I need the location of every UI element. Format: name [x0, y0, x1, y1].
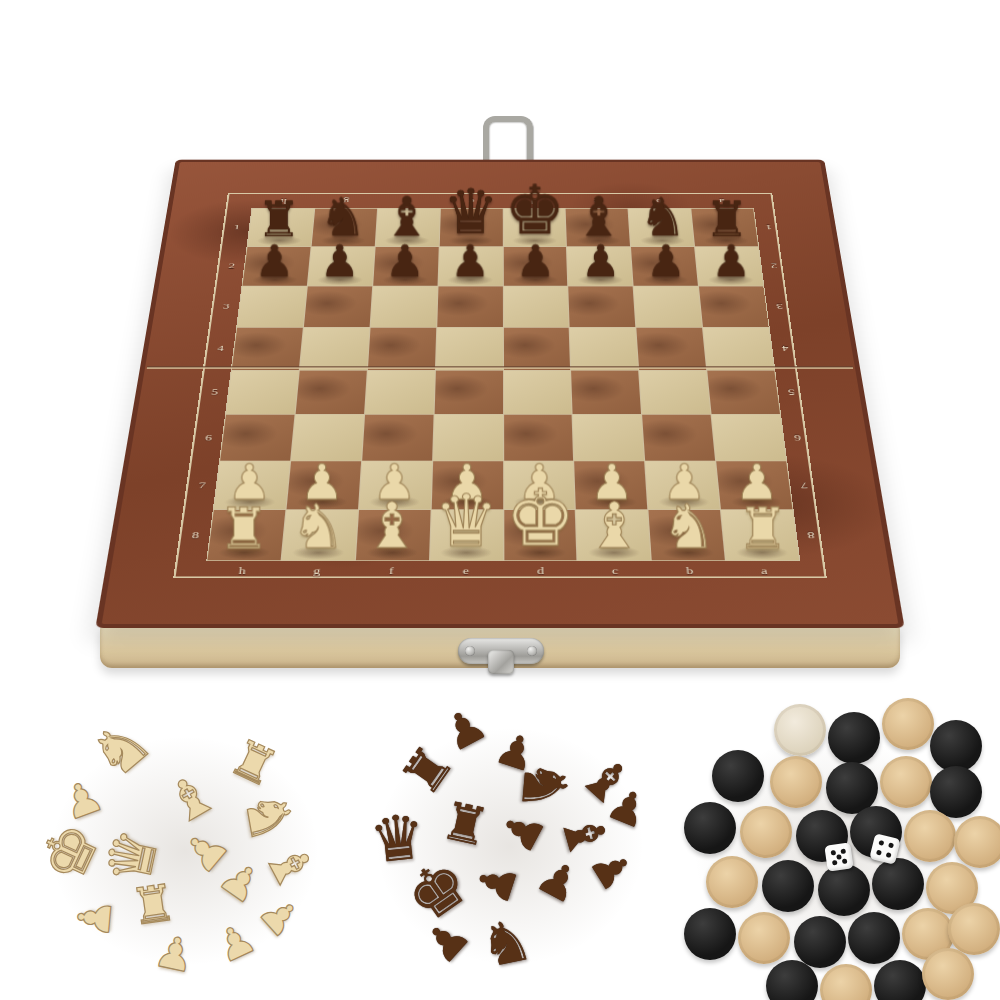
light-knight: ♞: [291, 496, 346, 557]
light-knight: ♞: [661, 496, 716, 557]
dark-pawn: ♟: [451, 239, 491, 283]
die-face-5: [824, 842, 853, 871]
rank-label-right-3: 3: [764, 286, 795, 327]
die-pip: [836, 854, 842, 860]
black-checker-disc: [794, 916, 846, 968]
square-f2: ♟: [373, 247, 438, 286]
screw-icon: [527, 646, 537, 656]
product-photo: ♜♞♝♛♚♝♞♜♟♟♟♟♟♟♟♟♟♟♟♟♟♟♟♟♜♞♝♛♚♝♞♜ 1122334…: [0, 0, 1000, 1000]
black-checker-disc: [874, 960, 926, 1000]
dark-pawn: ♟: [646, 239, 686, 283]
black-checker-disc: [828, 712, 880, 764]
square-d5: [504, 370, 572, 414]
rank-label-right-2: 2: [759, 246, 789, 286]
wood-checker-disc: [882, 698, 934, 750]
square-e2: ♟: [438, 247, 502, 286]
square-b8: ♞: [649, 510, 725, 560]
chess-board: ♜♞♝♛♚♝♞♜♟♟♟♟♟♟♟♟♟♟♟♟♟♟♟♟♜♞♝♛♚♝♞♜ 1122334…: [95, 160, 904, 629]
rank-label-right-6: 6: [781, 415, 814, 462]
wood-checker-disc: [820, 964, 872, 1000]
dark-knight-loose: ♞: [475, 909, 538, 977]
square-d3: [503, 286, 569, 327]
screw-icon: [465, 646, 475, 656]
square-d2: ♟: [503, 247, 567, 286]
file-label-bottom-h: h: [204, 561, 281, 581]
light-pawn-loose: ♟: [71, 896, 118, 939]
file-label-bottom-g: g: [279, 561, 355, 581]
light-rook: ♜: [219, 501, 270, 558]
clasp-knob-icon: [488, 650, 514, 674]
fold-seam: [147, 366, 854, 369]
black-checker-disc: [818, 864, 870, 916]
light-pawn-loose: ♟: [252, 889, 308, 945]
dark-pawn: ♟: [385, 239, 425, 283]
square-h2: ♟: [243, 247, 311, 286]
square-c4: [570, 327, 638, 369]
board-border: ♜♞♝♛♚♝♞♜♟♟♟♟♟♟♟♟♟♟♟♟♟♟♟♟♜♞♝♛♚♝♞♜ 1122334…: [95, 160, 904, 629]
square-h4: [232, 327, 303, 369]
wood-checker-disc: [880, 756, 932, 808]
file-label-bottom-c: c: [578, 561, 654, 581]
square-e8: ♛: [430, 510, 503, 560]
square-f8: ♝: [356, 510, 431, 560]
rank-label-right-8: 8: [794, 510, 829, 561]
dark-rook-loose: ♜: [437, 794, 493, 855]
square-b3: [634, 286, 702, 327]
square-f5: [365, 370, 435, 414]
wood-checker-disc: [738, 912, 790, 964]
square-a3: [699, 286, 769, 327]
file-label-bottom-b: b: [652, 561, 728, 581]
square-f4: [368, 327, 436, 369]
square-f3: [370, 286, 437, 327]
square-g3: [304, 286, 372, 327]
die-pip: [876, 850, 882, 856]
dark-pawn-loose: ♟: [436, 699, 494, 759]
dark-pawn: ♟: [711, 239, 751, 283]
square-b5: [639, 370, 710, 414]
black-checker-disc: [684, 908, 736, 960]
square-c2: ♟: [567, 247, 633, 286]
wood-checker-disc: [774, 704, 826, 756]
light-rook-loose: ♜: [128, 877, 179, 933]
square-a2: ♟: [695, 247, 763, 286]
dark-pawn: ♟: [255, 239, 295, 283]
die-pip: [842, 859, 848, 865]
board-plate: ♜♞♝♛♚♝♞♜♟♟♟♟♟♟♟♟♟♟♟♟♟♟♟♟♜♞♝♛♚♝♞♜ 1122334…: [173, 193, 826, 578]
square-h5: [226, 370, 299, 414]
die-pip: [841, 848, 847, 854]
light-king: ♚: [505, 479, 575, 557]
square-a4: [703, 327, 774, 369]
black-checker-disc: [930, 766, 982, 818]
square-d4: [503, 327, 570, 369]
light-queen: ♛: [434, 485, 499, 557]
die-pip: [888, 842, 894, 848]
file-label-bottom-f: f: [353, 561, 429, 581]
square-c8: ♝: [576, 510, 651, 560]
dark-pawn: ♟: [516, 239, 556, 283]
die-pip: [878, 840, 884, 846]
die-pip: [832, 860, 838, 866]
die-pip: [886, 852, 892, 858]
dark-pawn: ♟: [320, 239, 360, 283]
square-h3: [237, 286, 306, 327]
light-bishop: ♝: [586, 494, 643, 557]
wood-checker-disc: [904, 810, 956, 862]
square-e3: [437, 286, 503, 327]
square-a8: ♜: [721, 510, 799, 560]
dark-pawn: ♟: [581, 239, 621, 283]
light-bishop-loose: ♝: [157, 764, 226, 835]
rank-label-right-7: 7: [787, 461, 821, 510]
square-e4: [436, 327, 503, 369]
file-label-bottom-a: a: [726, 561, 803, 581]
square-h8: ♜: [207, 510, 285, 560]
board-squares: ♜♞♝♛♚♝♞♜♟♟♟♟♟♟♟♟♟♟♟♟♟♟♟♟♜♞♝♛♚♝♞♜: [206, 208, 800, 561]
square-g8: ♞: [282, 510, 358, 560]
square-g5: [295, 370, 366, 414]
square-c3: [569, 286, 636, 327]
file-label-bottom-e: e: [428, 561, 503, 581]
wood-checker-disc: [706, 856, 758, 908]
square-b2: ♟: [631, 247, 698, 286]
black-checker-disc: [684, 802, 736, 854]
dark-pieces-pile: ♟♜♟♞♝♛♜♟♝♟♚♟♟♟♞♟: [360, 690, 660, 990]
rank-label-right-1: 1: [754, 208, 783, 246]
rank-label-left-3: 3: [211, 286, 242, 327]
wood-checker-disc: [948, 903, 1000, 955]
square-b4: [637, 327, 707, 369]
black-checker-disc: [848, 912, 900, 964]
square-g2: ♟: [308, 247, 375, 286]
wood-checker-disc: [770, 756, 822, 808]
light-pieces-pile: ♞♜♞♟♚♛♝♟♜♟♝♟♟♟♟: [35, 700, 335, 990]
light-rook-loose: ♜: [223, 731, 285, 795]
square-g4: [300, 327, 370, 369]
black-checker-disc: [930, 720, 982, 772]
file-label-bottom-d: d: [503, 561, 578, 581]
light-pawn-loose: ♟: [151, 928, 199, 979]
light-rook: ♜: [737, 501, 788, 558]
dark-king: ♚: [504, 176, 565, 244]
black-checker-disc: [872, 858, 924, 910]
square-a5: [707, 370, 780, 414]
square-e5: [434, 370, 502, 414]
black-checker-disc: [762, 860, 814, 912]
checkers-pile: [678, 698, 984, 998]
wood-checker-disc: [954, 816, 1000, 868]
wood-checker-disc: [740, 806, 792, 858]
square-c5: [571, 370, 641, 414]
die-pip: [830, 850, 836, 856]
wood-checker-disc: [922, 948, 974, 1000]
light-bishop: ♝: [364, 494, 421, 557]
black-checker-disc: [712, 750, 764, 802]
metal-latch-clasp-icon: [458, 638, 544, 664]
square-d8: ♚: [504, 510, 577, 560]
